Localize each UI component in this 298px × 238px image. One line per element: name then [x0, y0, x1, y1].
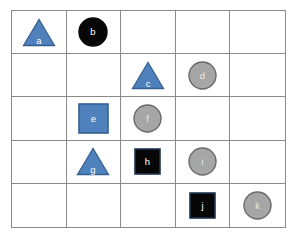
- circle-b: b: [78, 17, 108, 47]
- cell-r1c3[interactable]: [121, 11, 176, 54]
- shape-label: d: [200, 70, 205, 81]
- square-j: j: [189, 192, 216, 219]
- cell-r3c4[interactable]: [176, 97, 231, 140]
- triangle-a: a: [22, 18, 56, 47]
- cell-r3c1[interactable]: [12, 97, 67, 140]
- cell-r1c2[interactable]: b: [67, 11, 122, 54]
- cell-r2c2[interactable]: [67, 54, 122, 97]
- cell-r1c5[interactable]: [230, 11, 285, 54]
- cell-r2c3[interactable]: c: [121, 54, 176, 97]
- cell-r5c1[interactable]: [12, 184, 67, 227]
- cell-r1c4[interactable]: [176, 11, 231, 54]
- triangle-g: g: [76, 147, 110, 176]
- shape-label: g: [91, 164, 96, 175]
- cell-r3c3[interactable]: f: [121, 97, 176, 140]
- cell-r4c2[interactable]: g: [67, 141, 122, 184]
- cell-r3c2[interactable]: e: [67, 97, 122, 140]
- cell-r2c5[interactable]: [230, 54, 285, 97]
- shape-label: h: [145, 156, 150, 167]
- cell-r4c1[interactable]: [12, 141, 67, 184]
- circle-f: f: [133, 104, 162, 133]
- shape-label: c: [146, 77, 151, 88]
- cell-r5c2[interactable]: [67, 184, 122, 227]
- cell-r5c3[interactable]: [121, 184, 176, 227]
- shape-label: j: [201, 200, 204, 211]
- square-h: h: [134, 148, 161, 175]
- triangle-c: c: [131, 61, 165, 90]
- cell-r4c3[interactable]: h: [121, 141, 176, 184]
- shape-label: k: [255, 200, 260, 211]
- shape-label: i: [202, 156, 204, 167]
- shape-label: e: [91, 113, 96, 124]
- cell-r5c4[interactable]: j: [176, 184, 231, 227]
- cell-r2c4[interactable]: d: [176, 54, 231, 97]
- circle-d: d: [188, 61, 217, 90]
- puzzle-board: abcdefghijk: [11, 10, 286, 228]
- cell-r1c1[interactable]: a: [12, 11, 67, 54]
- square-e: e: [78, 103, 109, 134]
- shape-label: a: [36, 34, 42, 45]
- shape-label: f: [147, 113, 150, 124]
- cell-r3c5[interactable]: [230, 97, 285, 140]
- cell-r4c4[interactable]: i: [176, 141, 231, 184]
- puzzle-diagram: abcdefghijk: [0, 0, 298, 238]
- shape-label: b: [91, 26, 96, 37]
- cell-r4c5[interactable]: [230, 141, 285, 184]
- circle-k: k: [243, 191, 272, 220]
- cell-r5c5[interactable]: k: [230, 184, 285, 227]
- cell-r2c1[interactable]: [12, 54, 67, 97]
- circle-i: i: [188, 147, 217, 176]
